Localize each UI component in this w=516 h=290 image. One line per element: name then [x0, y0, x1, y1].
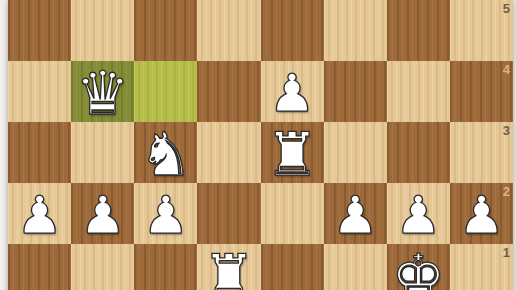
square-a1[interactable]: [8, 244, 71, 290]
rank-label-1: 1: [503, 245, 510, 260]
square-g3[interactable]: [387, 122, 450, 183]
rank-label-2: 2: [503, 184, 510, 199]
square-g4[interactable]: [387, 61, 450, 122]
square-g1[interactable]: ♚: [387, 244, 450, 290]
square-f2[interactable]: ♟: [324, 183, 387, 244]
square-e1[interactable]: [261, 244, 324, 290]
square-c2[interactable]: ♟: [134, 183, 197, 244]
square-b4[interactable]: ♛: [71, 61, 134, 122]
white-pawn-piece[interactable]: ♟: [8, 185, 71, 246]
square-b2[interactable]: ♟: [71, 183, 134, 244]
white-pawn-piece[interactable]: ♟: [71, 185, 134, 246]
square-f5[interactable]: [324, 0, 387, 61]
square-e4[interactable]: ♟: [261, 61, 324, 122]
square-h2[interactable]: ♟2: [450, 183, 513, 244]
square-f1[interactable]: [324, 244, 387, 290]
square-c1[interactable]: [134, 244, 197, 290]
square-d2[interactable]: [197, 183, 260, 244]
square-c5[interactable]: [134, 0, 197, 61]
rank-label-4: 4: [503, 62, 510, 77]
square-d5[interactable]: [197, 0, 260, 61]
square-a2[interactable]: ♟: [8, 183, 71, 244]
square-d1[interactable]: ♜: [197, 244, 260, 290]
square-b5[interactable]: [71, 0, 134, 61]
square-g5[interactable]: [387, 0, 450, 61]
square-c3[interactable]: ♞: [134, 122, 197, 183]
white-pawn-piece[interactable]: ♟: [134, 185, 197, 246]
rank-label-3: 3: [503, 123, 510, 138]
square-d4[interactable]: [197, 61, 260, 122]
white-rook-piece[interactable]: ♜: [197, 246, 260, 290]
square-e3[interactable]: ♜: [261, 122, 324, 183]
square-a5[interactable]: [8, 0, 71, 61]
white-pawn-piece[interactable]: ♟: [387, 185, 450, 246]
square-e2[interactable]: [261, 183, 324, 244]
white-knight-piece[interactable]: ♞: [134, 124, 197, 185]
square-e5[interactable]: [261, 0, 324, 61]
chess-board: 5♛♟4♞♜3♟♟♟♟♟♟2♜♚1: [8, 0, 513, 290]
square-a4[interactable]: [8, 61, 71, 122]
square-c4[interactable]: [134, 61, 197, 122]
square-b3[interactable]: [71, 122, 134, 183]
square-a3[interactable]: [8, 122, 71, 183]
white-king-piece[interactable]: ♚: [387, 246, 450, 290]
rank-label-5: 5: [503, 1, 510, 16]
square-h3[interactable]: 3: [450, 122, 513, 183]
chess-app-screen: 5♛♟4♞♜3♟♟♟♟♟♟2♜♚1: [0, 0, 516, 290]
square-g2[interactable]: ♟: [387, 183, 450, 244]
square-b1[interactable]: [71, 244, 134, 290]
square-f4[interactable]: [324, 61, 387, 122]
square-h1[interactable]: 1: [450, 244, 513, 290]
white-queen-piece[interactable]: ♛: [71, 63, 134, 124]
square-h5[interactable]: 5: [450, 0, 513, 61]
white-pawn-piece[interactable]: ♟: [261, 63, 324, 124]
square-h4[interactable]: 4: [450, 61, 513, 122]
white-pawn-piece[interactable]: ♟: [324, 185, 387, 246]
square-f3[interactable]: [324, 122, 387, 183]
white-rook-piece[interactable]: ♜: [261, 124, 324, 185]
square-d3[interactable]: [197, 122, 260, 183]
